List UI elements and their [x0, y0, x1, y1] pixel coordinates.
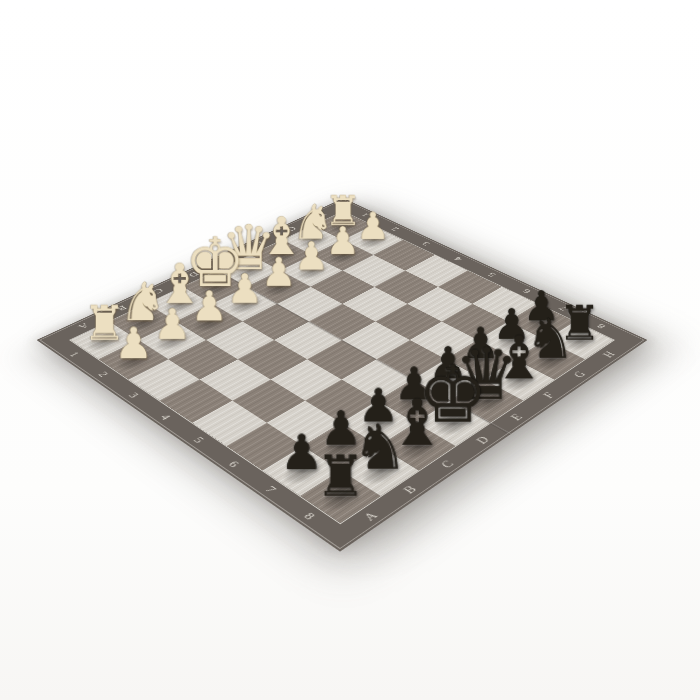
chess-board: ABCDEFGH ABCDEFGH 12345678 12345678 ♜♞♝♚…	[37, 198, 648, 552]
square-e4	[309, 304, 375, 340]
playing-area: ♜♞♝♚♛♝♞♜♟♟♟♟♟♟♟♟♟♟♟♟♟♟♟♟♜♞♝♚♛♝♞♜	[69, 211, 615, 524]
piece-white-pawn-g2: ♟	[326, 222, 360, 260]
piece-white-pawn-a2: ♟	[114, 322, 152, 365]
piece-white-pawn-f2: ♟	[294, 237, 329, 276]
piece-white-pawn-b2: ♟	[153, 304, 191, 346]
piece-white-pawn-e2: ♟	[261, 253, 296, 292]
squares-grid: ♜♞♝♚♛♝♞♜♟♟♟♟♟♟♟♟♟♟♟♟♟♟♟♟♜♞♝♚♛♝♞♜	[70, 211, 613, 523]
piece-white-pawn-d2: ♟	[227, 269, 263, 309]
piece-black-rook-a8: ♜	[315, 447, 366, 504]
photo-scene: ABCDEFGH ABCDEFGH 12345678 12345678 ♜♞♝♚…	[0, 0, 700, 700]
piece-white-pawn-c2: ♟	[191, 286, 228, 327]
product-photo: ABCDEFGH ABCDEFGH 12345678 12345678 ♜♞♝♚…	[0, 0, 700, 700]
